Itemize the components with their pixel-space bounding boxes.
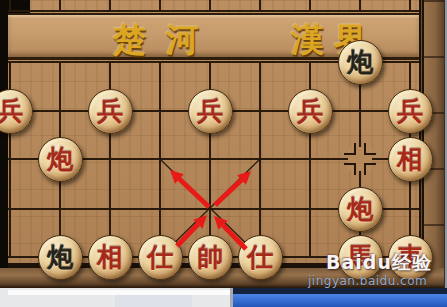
- piece-red-f3-r7[interactable]: 兵: [88, 89, 133, 134]
- piece-red-f9-r8[interactable]: 相: [388, 137, 433, 182]
- piece-glyph: 兵: [197, 98, 223, 124]
- piece-glyph: 兵: [397, 98, 423, 124]
- watermark-brand: Baidu经验: [326, 250, 432, 276]
- top-left-shadow: [0, 0, 30, 13]
- piece-black-f2-r10[interactable]: 炮: [38, 235, 83, 280]
- piece-glyph: 炮: [47, 244, 73, 270]
- piece-black-f8-r6[interactable]: 炮: [338, 40, 383, 85]
- piece-glyph: 炮: [347, 49, 373, 75]
- watermark-site: jingyan.baidu.com: [308, 274, 427, 288]
- piece-glyph: 仕: [147, 244, 173, 270]
- piece-red-f3-r10[interactable]: 相: [88, 235, 133, 280]
- page-blue-bar: [233, 294, 447, 307]
- river-text-left: 楚河: [113, 18, 219, 63]
- piece-red-f2-r8[interactable]: 炮: [38, 137, 83, 182]
- piece-glyph: 相: [397, 146, 423, 172]
- piece-glyph: 兵: [97, 98, 123, 124]
- piece-glyph: 兵: [297, 98, 323, 124]
- piece-glyph: 帥: [197, 244, 223, 270]
- piece-red-f4-r10[interactable]: 仕: [138, 235, 183, 280]
- piece-red-f7-r7[interactable]: 兵: [288, 89, 333, 134]
- xiangqi-board[interactable]: 楚河 漢界 炮兵兵兵兵兵炮相炮炮相仕帥仕馬車 Baidu经验 jingyan.b…: [0, 0, 447, 307]
- piece-glyph: 相: [97, 244, 123, 270]
- piece-red-f6-r10[interactable]: 仕: [238, 235, 283, 280]
- page-gray-band: [115, 295, 192, 307]
- piece-red-f5-r7[interactable]: 兵: [188, 89, 233, 134]
- piece-glyph: 兵: [0, 98, 23, 124]
- piece-red-f8-r9[interactable]: 炮: [338, 187, 383, 232]
- piece-red-f9-r7[interactable]: 兵: [388, 89, 433, 134]
- piece-glyph: 仕: [247, 244, 273, 270]
- piece-red-f5-r10[interactable]: 帥: [188, 235, 233, 280]
- piece-glyph: 炮: [347, 196, 373, 222]
- piece-glyph: 炮: [47, 146, 73, 172]
- board-left-border: [0, 0, 8, 288]
